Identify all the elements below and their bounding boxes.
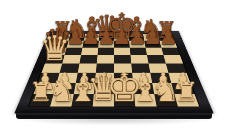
chess-board — [14, 31, 214, 114]
square-h5 — [163, 55, 183, 63]
square-c1 — [71, 94, 93, 107]
square-e7 — [114, 41, 130, 48]
square-d2 — [94, 83, 114, 94]
square-c7 — [82, 41, 98, 48]
square-f7 — [129, 41, 145, 48]
square-h7 — [159, 41, 177, 48]
square-b4 — [60, 64, 80, 73]
square-e5 — [114, 55, 131, 63]
square-b2 — [54, 83, 76, 94]
square-e3 — [114, 73, 133, 83]
square-c2 — [74, 83, 95, 94]
square-h6 — [161, 48, 180, 56]
square-d3 — [95, 73, 114, 83]
square-f5 — [130, 55, 148, 63]
square-b3 — [57, 73, 78, 83]
square-b5 — [62, 55, 81, 63]
square-h4 — [166, 64, 187, 73]
square-c6 — [81, 48, 98, 56]
square-c3 — [76, 73, 96, 83]
square-h2 — [171, 83, 194, 94]
square-d4 — [96, 64, 114, 73]
chess-set-photo: ♜♞♝♛♚♝♞♜♟♟♟♟♟♟♟♟♛♛♟♟♟♟♟♟♟♟♜♞♝♛♚♝♞♜ — [0, 0, 228, 128]
board-shadow — [18, 119, 210, 125]
square-f3 — [132, 73, 152, 83]
square-e6 — [114, 48, 130, 56]
square-h1 — [174, 94, 199, 107]
square-f2 — [133, 83, 154, 94]
square-f4 — [131, 64, 150, 73]
square-h3 — [168, 73, 190, 83]
square-f6 — [130, 48, 147, 56]
square-b6 — [65, 48, 83, 56]
board-grid — [29, 34, 199, 106]
square-d6 — [98, 48, 114, 56]
square-d7 — [98, 41, 114, 48]
square-d5 — [97, 55, 114, 63]
square-e2 — [114, 83, 134, 94]
square-f1 — [134, 94, 156, 107]
square-e4 — [114, 64, 132, 73]
square-b1 — [50, 94, 74, 107]
board-perspective-scene — [0, 0, 228, 128]
square-c4 — [78, 64, 97, 73]
square-c5 — [79, 55, 97, 63]
square-b7 — [67, 41, 84, 48]
square-d1 — [93, 94, 114, 107]
square-e1 — [114, 94, 135, 107]
